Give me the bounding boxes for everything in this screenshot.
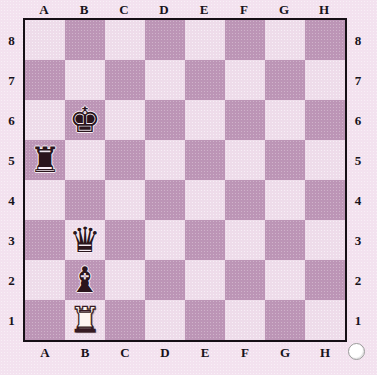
square-g1[interactable] [265,300,305,340]
square-g7[interactable] [265,60,305,100]
square-a8[interactable] [25,20,65,60]
rank-labels-right: 87654321 [347,20,369,340]
square-e7[interactable] [185,60,225,100]
square-e8[interactable] [185,20,225,60]
square-b1[interactable]: ♜ [65,300,105,340]
square-d6[interactable] [145,100,185,140]
file-label: C [105,342,145,362]
square-a1[interactable] [25,300,65,340]
square-b5[interactable] [65,140,105,180]
file-labels-top: ABCDEFGH [24,0,344,18]
square-f4[interactable] [225,180,265,220]
file-label: H [304,0,344,18]
file-label: D [145,342,185,362]
square-b6[interactable]: ♚ [65,100,105,140]
square-b3[interactable]: ♛ [65,220,105,260]
file-label: B [64,0,104,18]
rank-labels-left: 87654321 [0,20,23,340]
rank-label: 5 [347,140,369,180]
rank-label: 3 [0,220,23,260]
file-label: A [25,342,65,362]
square-d2[interactable] [145,260,185,300]
square-a4[interactable] [25,180,65,220]
piece-black-king[interactable]: ♚ [65,100,105,140]
chess-board: ♚♜♛♝♜ [23,18,347,342]
square-d3[interactable] [145,220,185,260]
square-a3[interactable] [25,220,65,260]
square-h5[interactable] [305,140,345,180]
square-d1[interactable] [145,300,185,340]
square-d8[interactable] [145,20,185,60]
square-h2[interactable] [305,260,345,300]
piece-white-rook[interactable]: ♜ [65,300,105,340]
square-g2[interactable] [265,260,305,300]
square-f2[interactable] [225,260,265,300]
square-d4[interactable] [145,180,185,220]
square-g4[interactable] [265,180,305,220]
square-h1[interactable] [305,300,345,340]
piece-black-queen[interactable]: ♛ [65,220,105,260]
rank-label: 4 [0,180,23,220]
square-c1[interactable] [105,300,145,340]
square-e2[interactable] [185,260,225,300]
file-labels-bottom: ABCDEFGH [25,342,345,362]
rank-label: 6 [347,100,369,140]
square-d7[interactable] [145,60,185,100]
file-label: H [305,342,345,362]
square-b4[interactable] [65,180,105,220]
square-b8[interactable] [65,20,105,60]
square-h4[interactable] [305,180,345,220]
square-e3[interactable] [185,220,225,260]
file-label: C [104,0,144,18]
rank-label: 8 [347,20,369,60]
rank-label: 2 [0,260,23,300]
white-to-move-indicator [348,343,365,360]
square-c7[interactable] [105,60,145,100]
square-f3[interactable] [225,220,265,260]
square-h3[interactable] [305,220,345,260]
square-d5[interactable] [145,140,185,180]
square-f6[interactable] [225,100,265,140]
file-label: G [265,342,305,362]
square-c2[interactable] [105,260,145,300]
file-label: F [225,342,265,362]
square-g5[interactable] [265,140,305,180]
square-b7[interactable] [65,60,105,100]
square-h8[interactable] [305,20,345,60]
square-a7[interactable] [25,60,65,100]
rank-label: 8 [0,20,23,60]
file-label: F [224,0,264,18]
square-g3[interactable] [265,220,305,260]
square-e4[interactable] [185,180,225,220]
square-b2[interactable]: ♝ [65,260,105,300]
square-a5[interactable]: ♜ [25,140,65,180]
square-h6[interactable] [305,100,345,140]
rank-label: 1 [347,300,369,340]
rank-label: 5 [0,140,23,180]
square-h7[interactable] [305,60,345,100]
square-g8[interactable] [265,20,305,60]
file-label: G [264,0,304,18]
piece-black-bishop[interactable]: ♝ [65,260,105,300]
square-c3[interactable] [105,220,145,260]
file-label: E [185,342,225,362]
square-e6[interactable] [185,100,225,140]
square-e1[interactable] [185,300,225,340]
rank-label: 1 [0,300,23,340]
rank-label: 4 [347,180,369,220]
rank-label: 7 [347,60,369,100]
square-f5[interactable] [225,140,265,180]
square-a2[interactable] [25,260,65,300]
square-e5[interactable] [185,140,225,180]
square-c6[interactable] [105,100,145,140]
square-f7[interactable] [225,60,265,100]
rank-label: 2 [347,260,369,300]
square-c5[interactable] [105,140,145,180]
square-a6[interactable] [25,100,65,140]
file-label: D [144,0,184,18]
rank-label: 7 [0,60,23,100]
file-label: A [24,0,64,18]
square-g6[interactable] [265,100,305,140]
rank-label: 3 [347,220,369,260]
square-f1[interactable] [225,300,265,340]
square-c4[interactable] [105,180,145,220]
piece-black-rook[interactable]: ♜ [25,140,65,180]
square-f8[interactable] [225,20,265,60]
file-label: E [184,0,224,18]
file-label: B [65,342,105,362]
square-c8[interactable] [105,20,145,60]
rank-label: 6 [0,100,23,140]
